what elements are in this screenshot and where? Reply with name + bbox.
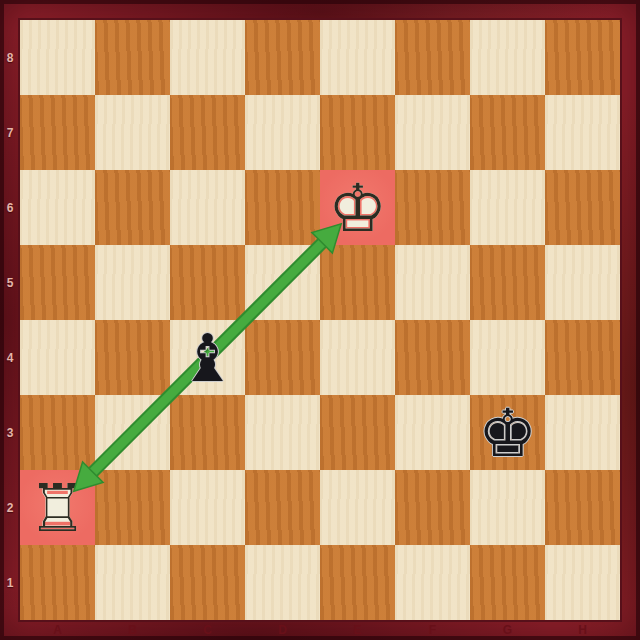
- file-label-f: F: [395, 620, 470, 640]
- white-king[interactable]: ♚♔: [320, 170, 395, 245]
- file-label-c: C: [170, 620, 245, 640]
- black-king[interactable]: ♚: [470, 395, 545, 470]
- white-rook[interactable]: ♜♖: [20, 470, 95, 545]
- file-label-h: H: [545, 620, 620, 640]
- board-frame: ♚♔♜♖♝♚ 87654321ABCDEFGH: [0, 0, 640, 640]
- black-bishop[interactable]: ♝: [170, 320, 245, 395]
- king-glyph-outline: ♔: [320, 170, 395, 245]
- file-label-g: G: [470, 620, 545, 640]
- bishop-glyph: ♝: [170, 320, 245, 395]
- rank-label-3: 3: [0, 395, 20, 470]
- file-label-d: D: [245, 620, 320, 640]
- rank-label-2: 2: [0, 470, 20, 545]
- rank-label-5: 5: [0, 245, 20, 320]
- pieces-layer: ♚♔♜♖♝♚: [20, 20, 620, 620]
- file-label-a: A: [20, 620, 95, 640]
- rank-label-4: 4: [0, 320, 20, 395]
- rank-label-1: 1: [0, 545, 20, 620]
- rank-label-8: 8: [0, 20, 20, 95]
- rook-glyph-outline: ♖: [20, 470, 95, 545]
- rank-label-6: 6: [0, 170, 20, 245]
- king-glyph: ♚: [470, 395, 545, 470]
- rank-label-7: 7: [0, 95, 20, 170]
- file-label-e: E: [320, 620, 395, 640]
- file-label-b: B: [95, 620, 170, 640]
